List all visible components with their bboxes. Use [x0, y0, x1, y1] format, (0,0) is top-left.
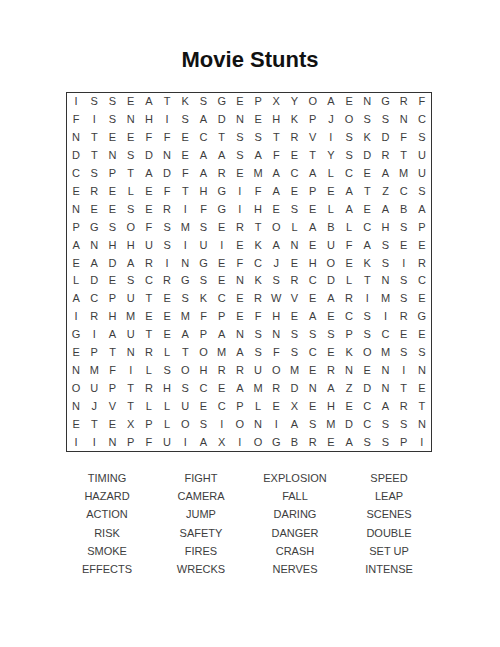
grid-cell[interactable]: I	[395, 361, 413, 379]
grid-cell[interactable]: A	[340, 433, 358, 451]
grid-cell[interactable]: E	[322, 433, 340, 451]
grid-cell[interactable]: A	[322, 379, 340, 397]
grid-cell[interactable]: I	[213, 415, 231, 433]
grid-cell[interactable]: A	[267, 182, 285, 200]
grid-cell[interactable]: E	[304, 290, 322, 308]
grid-cell[interactable]: M	[249, 165, 267, 183]
grid-cell[interactable]: V	[103, 397, 121, 415]
grid-cell[interactable]: E	[413, 326, 431, 344]
grid-cell[interactable]: V	[285, 290, 303, 308]
grid-cell[interactable]: R	[285, 272, 303, 290]
grid-cell[interactable]: H	[322, 397, 340, 415]
grid-cell[interactable]: N	[413, 361, 431, 379]
grid-cell[interactable]: N	[249, 415, 267, 433]
grid-cell[interactable]: D	[158, 165, 176, 183]
grid-cell[interactable]: E	[322, 344, 340, 362]
grid-cell[interactable]: F	[103, 361, 121, 379]
grid-cell[interactable]: E	[231, 308, 249, 326]
grid-cell[interactable]: S	[376, 433, 394, 451]
grid-cell[interactable]: F	[267, 147, 285, 165]
grid-cell[interactable]: N	[340, 361, 358, 379]
grid-cell[interactable]: A	[267, 236, 285, 254]
grid-cell[interactable]: S	[176, 111, 194, 129]
grid-cell[interactable]: C	[140, 272, 158, 290]
grid-cell[interactable]: C	[304, 344, 322, 362]
grid-cell[interactable]: S	[194, 272, 212, 290]
grid-cell[interactable]: E	[358, 165, 376, 183]
grid-cell[interactable]: G	[376, 93, 394, 111]
grid-cell[interactable]: E	[213, 272, 231, 290]
grid-cell[interactable]: E	[304, 200, 322, 218]
grid-cell[interactable]: S	[194, 93, 212, 111]
grid-cell[interactable]: H	[103, 236, 121, 254]
grid-cell[interactable]: T	[358, 272, 376, 290]
grid-cell[interactable]: E	[213, 379, 231, 397]
grid-cell[interactable]: A	[358, 236, 376, 254]
grid-cell[interactable]: U	[249, 361, 267, 379]
grid-cell[interactable]: L	[249, 397, 267, 415]
grid-cell[interactable]: R	[140, 379, 158, 397]
grid-cell[interactable]: S	[194, 218, 212, 236]
grid-cell[interactable]: S	[249, 129, 267, 147]
grid-cell[interactable]: S	[358, 326, 376, 344]
grid-cell[interactable]: S	[340, 147, 358, 165]
grid-cell[interactable]: S	[122, 147, 140, 165]
grid-cell[interactable]: X	[285, 397, 303, 415]
grid-cell[interactable]: D	[140, 147, 158, 165]
grid-cell[interactable]: M	[176, 308, 194, 326]
grid-cell[interactable]: P	[304, 111, 322, 129]
grid-cell[interactable]: L	[340, 272, 358, 290]
grid-cell[interactable]: E	[231, 236, 249, 254]
grid-cell[interactable]: X	[122, 415, 140, 433]
grid-cell[interactable]: C	[304, 272, 322, 290]
grid-cell[interactable]: G	[413, 308, 431, 326]
grid-cell[interactable]: R	[140, 254, 158, 272]
grid-cell[interactable]: F	[67, 111, 85, 129]
grid-cell[interactable]: S	[158, 218, 176, 236]
grid-cell[interactable]: G	[85, 218, 103, 236]
grid-cell[interactable]: P	[103, 165, 121, 183]
grid-cell[interactable]: T	[140, 326, 158, 344]
grid-cell[interactable]: C	[340, 165, 358, 183]
grid-cell[interactable]: O	[267, 218, 285, 236]
grid-cell[interactable]: M	[376, 290, 394, 308]
grid-cell[interactable]: S	[376, 111, 394, 129]
grid-cell[interactable]: Y	[285, 93, 303, 111]
grid-cell[interactable]: L	[322, 200, 340, 218]
grid-cell[interactable]: G	[67, 326, 85, 344]
grid-cell[interactable]: L	[285, 218, 303, 236]
grid-cell[interactable]: E	[140, 308, 158, 326]
grid-cell[interactable]: O	[231, 415, 249, 433]
grid-cell[interactable]: O	[176, 361, 194, 379]
grid-cell[interactable]: O	[340, 111, 358, 129]
grid-cell[interactable]: A	[304, 308, 322, 326]
grid-cell[interactable]: C	[249, 254, 267, 272]
grid-cell[interactable]: I	[85, 433, 103, 451]
grid-cell[interactable]: T	[85, 147, 103, 165]
grid-cell[interactable]: R	[395, 308, 413, 326]
grid-cell[interactable]: C	[285, 165, 303, 183]
grid-cell[interactable]: H	[158, 379, 176, 397]
grid-cell[interactable]: L	[158, 415, 176, 433]
grid-cell[interactable]: E	[103, 129, 121, 147]
grid-cell[interactable]: M	[322, 415, 340, 433]
grid-cell[interactable]: M	[249, 379, 267, 397]
grid-cell[interactable]: G	[213, 93, 231, 111]
grid-cell[interactable]: S	[376, 254, 394, 272]
grid-cell[interactable]: A	[122, 254, 140, 272]
grid-cell[interactable]: S	[176, 379, 194, 397]
grid-cell[interactable]: N	[67, 200, 85, 218]
grid-cell[interactable]: P	[67, 218, 85, 236]
grid-cell[interactable]: H	[376, 218, 394, 236]
grid-cell[interactable]: S	[413, 129, 431, 147]
grid-cell[interactable]: A	[285, 415, 303, 433]
grid-cell[interactable]: N	[103, 147, 121, 165]
grid-cell[interactable]: P	[340, 326, 358, 344]
grid-cell[interactable]: N	[304, 379, 322, 397]
grid-cell[interactable]: P	[231, 397, 249, 415]
grid-cell[interactable]: N	[231, 272, 249, 290]
grid-cell[interactable]: H	[103, 308, 121, 326]
grid-cell[interactable]: E	[67, 415, 85, 433]
grid-cell[interactable]: F	[340, 236, 358, 254]
grid-cell[interactable]: S	[395, 415, 413, 433]
grid-cell[interactable]: E	[85, 200, 103, 218]
grid-cell[interactable]: T	[122, 379, 140, 397]
grid-cell[interactable]: E	[285, 147, 303, 165]
grid-cell[interactable]: A	[322, 93, 340, 111]
grid-cell[interactable]: C	[413, 111, 431, 129]
grid-cell[interactable]: S	[395, 218, 413, 236]
grid-cell[interactable]: P	[140, 415, 158, 433]
grid-cell[interactable]: D	[85, 272, 103, 290]
grid-cell[interactable]: K	[358, 254, 376, 272]
grid-cell[interactable]: S	[285, 344, 303, 362]
grid-cell[interactable]: A	[194, 433, 212, 451]
grid-cell[interactable]: E	[285, 254, 303, 272]
grid-cell[interactable]: E	[413, 290, 431, 308]
grid-cell[interactable]: T	[395, 379, 413, 397]
grid-cell[interactable]: F	[140, 433, 158, 451]
grid-cell[interactable]: E	[67, 344, 85, 362]
grid-cell[interactable]: S	[304, 326, 322, 344]
grid-cell[interactable]: U	[140, 236, 158, 254]
grid-cell[interactable]: L	[67, 272, 85, 290]
grid-cell[interactable]: A	[376, 397, 394, 415]
grid-cell[interactable]: R	[231, 218, 249, 236]
grid-cell[interactable]: L	[158, 344, 176, 362]
grid-cell[interactable]: P	[194, 326, 212, 344]
grid-cell[interactable]: A	[103, 326, 121, 344]
grid-cell[interactable]: L	[158, 397, 176, 415]
grid-cell[interactable]: A	[85, 254, 103, 272]
grid-cell[interactable]: A	[322, 290, 340, 308]
grid-cell[interactable]: P	[213, 308, 231, 326]
grid-cell[interactable]: E	[322, 308, 340, 326]
grid-cell[interactable]: G	[194, 254, 212, 272]
grid-cell[interactable]: C	[85, 290, 103, 308]
grid-cell[interactable]: M	[213, 344, 231, 362]
grid-cell[interactable]: U	[176, 397, 194, 415]
grid-cell[interactable]: K	[249, 272, 267, 290]
grid-cell[interactable]: A	[304, 165, 322, 183]
grid-cell[interactable]: D	[67, 147, 85, 165]
grid-cell[interactable]: E	[158, 290, 176, 308]
grid-cell[interactable]: F	[413, 93, 431, 111]
grid-cell[interactable]: C	[340, 308, 358, 326]
grid-cell[interactable]: N	[358, 93, 376, 111]
grid-cell[interactable]: T	[395, 147, 413, 165]
grid-cell[interactable]: J	[267, 254, 285, 272]
grid-cell[interactable]: E	[285, 308, 303, 326]
grid-cell[interactable]: E	[358, 361, 376, 379]
grid-cell[interactable]: S	[267, 272, 285, 290]
grid-cell[interactable]: D	[358, 147, 376, 165]
grid-cell[interactable]: S	[249, 344, 267, 362]
grid-cell[interactable]: T	[213, 129, 231, 147]
grid-cell[interactable]: T	[358, 182, 376, 200]
grid-cell[interactable]: O	[358, 344, 376, 362]
grid-cell[interactable]: S	[176, 290, 194, 308]
grid-cell[interactable]: I	[67, 433, 85, 451]
grid-cell[interactable]: N	[67, 129, 85, 147]
grid-cell[interactable]: A	[267, 165, 285, 183]
grid-cell[interactable]: X	[267, 93, 285, 111]
grid-cell[interactable]: Z	[340, 379, 358, 397]
grid-cell[interactable]: A	[213, 147, 231, 165]
grid-cell[interactable]: P	[304, 182, 322, 200]
grid-cell[interactable]: C	[67, 165, 85, 183]
grid-cell[interactable]: S	[304, 415, 322, 433]
grid-cell[interactable]: N	[267, 326, 285, 344]
grid-cell[interactable]: E	[122, 93, 140, 111]
grid-cell[interactable]: G	[176, 272, 194, 290]
grid-cell[interactable]: R	[340, 290, 358, 308]
grid-cell[interactable]: A	[194, 165, 212, 183]
grid-cell[interactable]: P	[85, 344, 103, 362]
grid-cell[interactable]: A	[176, 326, 194, 344]
grid-cell[interactable]: A	[376, 200, 394, 218]
grid-cell[interactable]: K	[176, 93, 194, 111]
grid-cell[interactable]: E	[249, 111, 267, 129]
grid-cell[interactable]: R	[395, 93, 413, 111]
grid-cell[interactable]: C	[358, 218, 376, 236]
grid-cell[interactable]: P	[122, 433, 140, 451]
grid-cell[interactable]: T	[176, 344, 194, 362]
grid-cell[interactable]: P	[103, 290, 121, 308]
grid-cell[interactable]: U	[158, 433, 176, 451]
grid-cell[interactable]: X	[213, 433, 231, 451]
grid-cell[interactable]: E	[304, 236, 322, 254]
grid-cell[interactable]: F	[158, 129, 176, 147]
grid-cell[interactable]: I	[395, 254, 413, 272]
grid-cell[interactable]: J	[85, 397, 103, 415]
grid-cell[interactable]: N	[85, 236, 103, 254]
grid-cell[interactable]: E	[213, 254, 231, 272]
grid-cell[interactable]: S	[122, 200, 140, 218]
grid-cell[interactable]: F	[194, 200, 212, 218]
grid-cell[interactable]: O	[304, 93, 322, 111]
grid-cell[interactable]: S	[376, 415, 394, 433]
grid-cell[interactable]: L	[322, 165, 340, 183]
grid-cell[interactable]: P	[103, 379, 121, 397]
grid-cell[interactable]: F	[194, 308, 212, 326]
grid-cell[interactable]: C	[213, 290, 231, 308]
grid-cell[interactable]: A	[140, 93, 158, 111]
grid-cell[interactable]: S	[103, 218, 121, 236]
grid-cell[interactable]: R	[85, 182, 103, 200]
grid-cell[interactable]: E	[176, 129, 194, 147]
grid-cell[interactable]: R	[304, 433, 322, 451]
grid-cell[interactable]: R	[249, 290, 267, 308]
grid-cell[interactable]: C	[395, 182, 413, 200]
grid-cell[interactable]: L	[140, 361, 158, 379]
grid-cell[interactable]: U	[413, 147, 431, 165]
grid-cell[interactable]: H	[194, 182, 212, 200]
grid-cell[interactable]: S	[322, 326, 340, 344]
grid-cell[interactable]: E	[395, 326, 413, 344]
grid-cell[interactable]: T	[158, 93, 176, 111]
grid-cell[interactable]: E	[158, 326, 176, 344]
grid-cell[interactable]: I	[231, 182, 249, 200]
grid-cell[interactable]: N	[122, 111, 140, 129]
grid-cell[interactable]: E	[304, 397, 322, 415]
grid-cell[interactable]: K	[249, 236, 267, 254]
grid-cell[interactable]: E	[122, 129, 140, 147]
grid-cell[interactable]: C	[358, 397, 376, 415]
grid-cell[interactable]: W	[267, 290, 285, 308]
grid-cell[interactable]: O	[67, 379, 85, 397]
grid-cell[interactable]: T	[122, 397, 140, 415]
grid-cell[interactable]: N	[376, 272, 394, 290]
grid-cell[interactable]: S	[85, 165, 103, 183]
grid-cell[interactable]: E	[358, 200, 376, 218]
grid-cell[interactable]: A	[67, 290, 85, 308]
grid-cell[interactable]: E	[340, 93, 358, 111]
grid-cell[interactable]: K	[285, 111, 303, 129]
grid-cell[interactable]: R	[413, 254, 431, 272]
grid-cell[interactable]: S	[285, 326, 303, 344]
grid-cell[interactable]: T	[122, 165, 140, 183]
grid-cell[interactable]: N	[122, 344, 140, 362]
grid-cell[interactable]: T	[413, 397, 431, 415]
grid-cell[interactable]: A	[249, 147, 267, 165]
grid-cell[interactable]: I	[85, 111, 103, 129]
grid-cell[interactable]: K	[340, 344, 358, 362]
grid-cell[interactable]: H	[249, 200, 267, 218]
grid-cell[interactable]: T	[249, 218, 267, 236]
grid-cell[interactable]: U	[194, 236, 212, 254]
grid-cell[interactable]: J	[322, 111, 340, 129]
grid-cell[interactable]: E	[340, 254, 358, 272]
grid-cell[interactable]: U	[413, 165, 431, 183]
grid-cell[interactable]: U	[122, 290, 140, 308]
grid-cell[interactable]: E	[340, 397, 358, 415]
grid-cell[interactable]: E	[194, 397, 212, 415]
grid-cell[interactable]: I	[322, 129, 340, 147]
grid-cell[interactable]: S	[122, 272, 140, 290]
grid-cell[interactable]: A	[304, 218, 322, 236]
grid-cell[interactable]: H	[304, 254, 322, 272]
grid-cell[interactable]: A	[376, 165, 394, 183]
grid-cell[interactable]: M	[176, 218, 194, 236]
grid-cell[interactable]: S	[395, 290, 413, 308]
grid-cell[interactable]: G	[267, 433, 285, 451]
grid-cell[interactable]: T	[267, 129, 285, 147]
grid-cell[interactable]: A	[340, 200, 358, 218]
grid-cell[interactable]: N	[231, 111, 249, 129]
grid-cell[interactable]: P	[413, 218, 431, 236]
grid-cell[interactable]: R	[85, 308, 103, 326]
grid-cell[interactable]: K	[194, 290, 212, 308]
grid-cell[interactable]: N	[67, 361, 85, 379]
grid-cell[interactable]: N	[176, 254, 194, 272]
grid-cell[interactable]: F	[267, 344, 285, 362]
grid-cell[interactable]: F	[140, 218, 158, 236]
grid-cell[interactable]: F	[249, 182, 267, 200]
grid-cell[interactable]: A	[213, 326, 231, 344]
grid-cell[interactable]: R	[231, 361, 249, 379]
grid-cell[interactable]: S	[249, 326, 267, 344]
grid-cell[interactable]: Z	[376, 182, 394, 200]
grid-cell[interactable]: U	[122, 326, 140, 344]
grid-cell[interactable]: C	[358, 415, 376, 433]
grid-cell[interactable]: E	[67, 254, 85, 272]
grid-cell[interactable]: M	[285, 361, 303, 379]
grid-cell[interactable]: I	[231, 200, 249, 218]
grid-cell[interactable]: E	[413, 236, 431, 254]
grid-cell[interactable]: C	[376, 326, 394, 344]
grid-cell[interactable]: T	[176, 182, 194, 200]
grid-cell[interactable]: T	[103, 344, 121, 362]
grid-cell[interactable]: E	[395, 236, 413, 254]
grid-cell[interactable]: S	[158, 236, 176, 254]
grid-cell[interactable]: N	[231, 326, 249, 344]
grid-cell[interactable]: I	[122, 361, 140, 379]
grid-cell[interactable]: F	[176, 165, 194, 183]
grid-cell[interactable]: S	[358, 111, 376, 129]
grid-cell[interactable]: S	[413, 344, 431, 362]
grid-cell[interactable]: M	[85, 361, 103, 379]
grid-cell[interactable]: I	[376, 308, 394, 326]
grid-cell[interactable]: I	[231, 433, 249, 451]
grid-cell[interactable]: I	[267, 415, 285, 433]
grid-cell[interactable]: E	[176, 147, 194, 165]
grid-cell[interactable]: S	[340, 129, 358, 147]
grid-cell[interactable]: E	[67, 182, 85, 200]
grid-cell[interactable]: L	[122, 182, 140, 200]
grid-cell[interactable]: O	[122, 218, 140, 236]
grid-cell[interactable]: V	[304, 129, 322, 147]
grid-cell[interactable]: E	[213, 218, 231, 236]
grid-cell[interactable]: S	[158, 361, 176, 379]
grid-cell[interactable]: R	[158, 200, 176, 218]
grid-cell[interactable]: K	[358, 129, 376, 147]
grid-cell[interactable]: P	[249, 93, 267, 111]
grid-cell[interactable]: A	[194, 147, 212, 165]
grid-cell[interactable]: B	[395, 200, 413, 218]
grid-cell[interactable]: S	[85, 93, 103, 111]
grid-cell[interactable]: H	[194, 361, 212, 379]
grid-cell[interactable]: A	[231, 344, 249, 362]
grid-cell[interactable]: I	[85, 326, 103, 344]
grid-cell[interactable]: I	[358, 290, 376, 308]
grid-cell[interactable]: E	[140, 182, 158, 200]
grid-cell[interactable]: S	[231, 147, 249, 165]
